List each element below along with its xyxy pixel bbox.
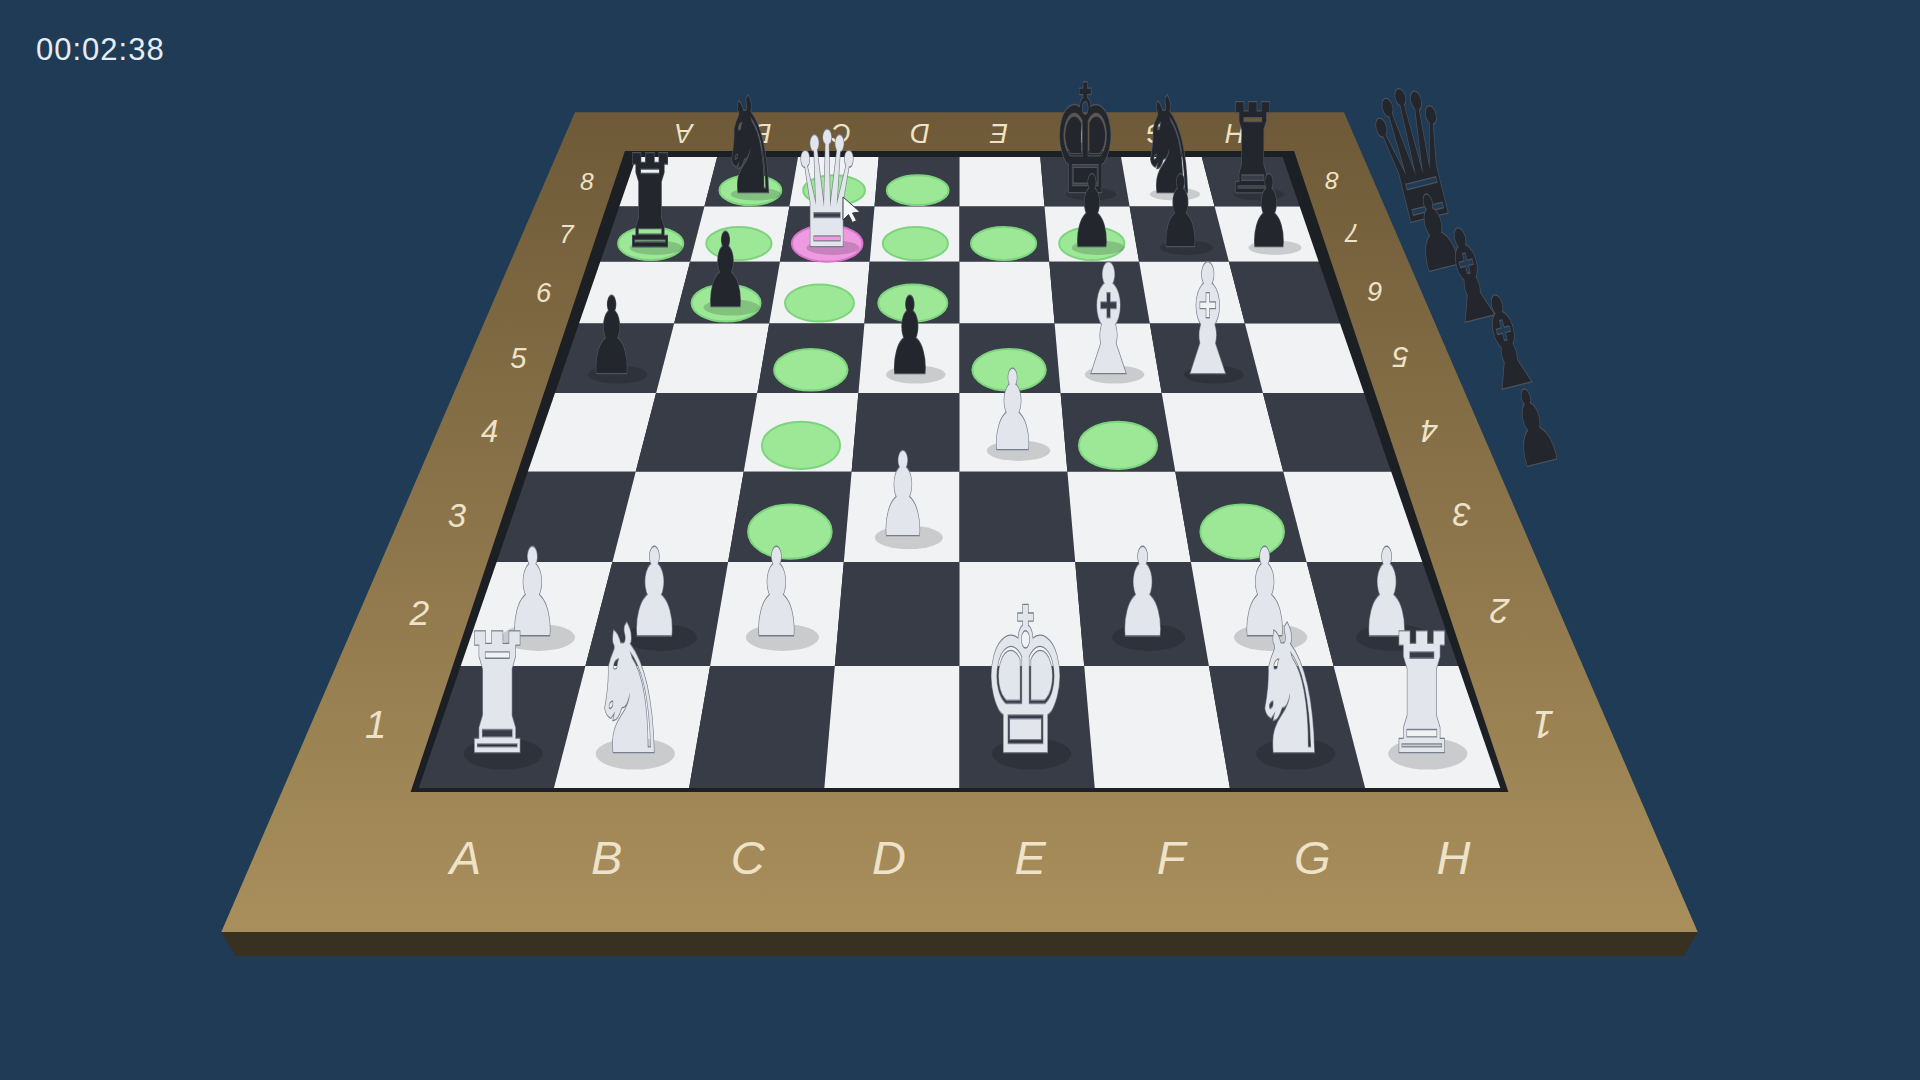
square-b4[interactable] [636, 393, 758, 472]
file-label-top-D: D [910, 118, 930, 148]
rank-label-left-4: 4 [481, 414, 498, 449]
piece-black-pawn-a5[interactable]: ♟ [589, 275, 635, 399]
piece-white-knight-g1[interactable]: ♞ [1251, 588, 1328, 794]
move-highlight-e7[interactable] [971, 227, 1036, 260]
move-highlight-d8[interactable] [887, 175, 949, 205]
piece-white-pawn-f2[interactable]: ♟ [1116, 523, 1168, 663]
piece-white-queen-c7[interactable]: ♛ [792, 98, 861, 283]
rank-label-left-7: 7 [559, 220, 575, 248]
piece-white-rook-h1[interactable]: ♜ [1386, 599, 1458, 791]
chess-game-screen: 00:02:38 ABCDEFGHABCDEFGH123456781234567… [0, 0, 1920, 1080]
piece-white-knight-b1[interactable]: ♞ [591, 588, 668, 794]
square-d1[interactable] [824, 666, 959, 788]
rank-label-left-3: 3 [448, 497, 467, 534]
piece-white-pawn-c2[interactable]: ♟ [750, 523, 802, 663]
move-highlight-c4[interactable] [762, 422, 840, 469]
chess-board-3d-scene: ABCDEFGHABCDEFGH1234567812345678♞♚♞♜♜♛♟♟… [0, 0, 1920, 1080]
rank-label-left-2: 2 [409, 593, 430, 633]
square-e6[interactable] [960, 262, 1055, 324]
rank-label-left-6: 6 [536, 277, 552, 308]
rank-label-right-4: 4 [1421, 413, 1438, 448]
piece-black-knight-b8[interactable]: ♞ [721, 70, 778, 223]
move-highlight-d7[interactable] [883, 227, 948, 260]
move-highlight-c6[interactable] [785, 285, 854, 322]
piece-white-pawn-e4[interactable]: ♟ [989, 347, 1037, 474]
square-f1[interactable] [1084, 666, 1230, 788]
file-label-bottom-F: F [1157, 831, 1188, 884]
square-b5[interactable] [656, 324, 769, 394]
rank-label-right-2: 2 [1489, 591, 1510, 631]
piece-white-bishop-f5[interactable]: ♝ [1076, 233, 1142, 409]
file-label-bottom-H: H [1437, 831, 1471, 884]
file-label-bottom-E: E [1014, 831, 1046, 884]
piece-black-pawn-h7[interactable]: ♟ [1248, 154, 1291, 269]
file-label-bottom-G: G [1294, 831, 1331, 884]
piece-black-pawn-d5[interactable]: ♟ [887, 275, 933, 399]
rank-label-left-5: 5 [510, 342, 527, 374]
piece-white-king-e1[interactable]: ♚ [982, 566, 1069, 799]
rank-label-right-1: 1 [1533, 703, 1554, 746]
move-highlight-c5[interactable] [774, 349, 847, 391]
file-label-bottom-C: C [731, 831, 766, 884]
move-highlight-f4[interactable] [1079, 422, 1157, 469]
rank-label-right-3: 3 [1452, 496, 1471, 533]
game-timer: 00:02:38 [36, 32, 165, 68]
piece-black-pawn-b6[interactable]: ♟ [704, 211, 748, 329]
rank-label-left-1: 1 [365, 703, 386, 746]
file-label-top-E: E [989, 118, 1008, 148]
square-e8[interactable] [960, 157, 1045, 207]
file-label-top-A: A [675, 118, 695, 148]
square-e3[interactable] [960, 472, 1076, 562]
file-label-bottom-B: B [591, 831, 622, 884]
rank-label-right-7: 7 [1344, 219, 1360, 247]
piece-white-pawn-d3[interactable]: ♟ [878, 428, 928, 562]
piece-white-rook-a1[interactable]: ♜ [461, 599, 533, 791]
square-c1[interactable] [689, 666, 835, 788]
square-d2[interactable] [835, 562, 960, 666]
rank-label-right-8: 8 [1325, 167, 1339, 194]
rank-label-right-5: 5 [1392, 341, 1409, 373]
piece-black-rook-a7[interactable]: ♜ [622, 127, 677, 276]
rank-label-left-8: 8 [580, 168, 594, 195]
board-frame-side [221, 932, 1697, 956]
file-label-bottom-A: A [447, 831, 481, 884]
file-label-bottom-D: D [872, 831, 906, 884]
rank-label-right-6: 6 [1367, 276, 1383, 307]
piece-white-bishop-g5[interactable]: ♝ [1175, 233, 1241, 409]
